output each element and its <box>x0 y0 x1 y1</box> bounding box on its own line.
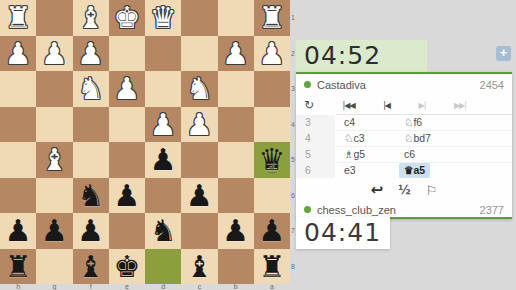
file-label-g: g <box>36 283 72 290</box>
replay-cycle-icon[interactable]: ↻ <box>304 98 314 112</box>
square-e7[interactable] <box>109 213 145 249</box>
black-knight[interactable]: ♞ <box>73 178 109 214</box>
square-c7[interactable] <box>181 213 217 249</box>
black-bishop[interactable]: ♝ <box>73 249 109 285</box>
white-pawn[interactable]: ♟ <box>145 107 181 143</box>
square-e2[interactable] <box>109 36 145 72</box>
move-white-3[interactable]: c4 <box>335 115 399 131</box>
square-h7[interactable]: ♟ <box>0 213 36 249</box>
square-g8[interactable] <box>36 249 72 285</box>
move-white-4[interactable]: ♘c3 <box>335 131 399 147</box>
file-label-a: a <box>254 283 290 290</box>
player-rating-bottom: 2377 <box>480 204 504 216</box>
white-pawn[interactable]: ♟ <box>109 71 145 107</box>
black-pawn[interactable]: ♟ <box>254 213 290 249</box>
white-pawn[interactable]: ♟ <box>0 36 36 72</box>
square-d2[interactable] <box>145 36 181 72</box>
player-name-top[interactable]: Castadiva <box>317 79 366 91</box>
black-rook[interactable]: ♜ <box>0 249 36 285</box>
square-h1[interactable]: ♜ <box>0 0 36 36</box>
square-a8[interactable]: ♜ <box>254 249 290 285</box>
black-king[interactable]: ♚ <box>109 249 145 285</box>
square-b7[interactable]: ♟ <box>218 213 254 249</box>
square-h3[interactable] <box>0 71 36 107</box>
square-c3[interactable]: ♞ <box>181 71 217 107</box>
square-d4[interactable]: ♟ <box>145 107 181 143</box>
square-f2[interactable]: ♟ <box>73 36 109 72</box>
move-number: 5 <box>296 147 335 163</box>
square-b5[interactable] <box>218 142 254 178</box>
square-e3[interactable]: ♟ <box>109 71 145 107</box>
white-pawn[interactable]: ♟ <box>254 36 290 72</box>
black-pawn[interactable]: ♟ <box>73 213 109 249</box>
rank-label-8: 8 <box>290 249 296 285</box>
square-h6[interactable] <box>0 178 36 214</box>
player-rating-top: 2454 <box>480 79 504 91</box>
white-bishop[interactable]: ♝ <box>73 0 109 36</box>
square-e1[interactable]: ♚ <box>109 0 145 36</box>
move-white-6[interactable]: e3 <box>335 163 399 178</box>
square-c1[interactable] <box>181 0 217 36</box>
square-g7[interactable]: ♟ <box>36 213 72 249</box>
move-number: 4 <box>296 131 335 147</box>
square-b3[interactable] <box>218 71 254 107</box>
square-a4[interactable] <box>254 107 290 143</box>
black-clock: 04:41 <box>296 217 390 249</box>
file-label-b: b <box>218 283 254 290</box>
square-c5[interactable] <box>181 142 217 178</box>
white-queen[interactable]: ♛ <box>145 0 181 36</box>
black-pawn[interactable]: ♟ <box>109 178 145 214</box>
game-side-panel: Castadiva 2454 ↻ |◀◀ |◀ ▶| ▶▶| 3c4♘f64♘c… <box>296 72 512 219</box>
square-f7[interactable]: ♟ <box>73 213 109 249</box>
move-navigation: ↻ |◀◀ |◀ ▶| ▶▶| <box>296 95 512 115</box>
square-d6[interactable] <box>145 178 181 214</box>
square-c4[interactable]: ♟ <box>181 107 217 143</box>
square-b6[interactable] <box>218 178 254 214</box>
black-pawn[interactable]: ♟ <box>181 178 217 214</box>
square-g2[interactable]: ♟ <box>36 36 72 72</box>
square-e6[interactable]: ♟ <box>109 178 145 214</box>
square-b2[interactable]: ♟ <box>218 36 254 72</box>
square-a7[interactable]: ♟ <box>254 213 290 249</box>
game-actions: ↩ ½ ⚐ <box>296 178 512 202</box>
black-knight[interactable]: ♞ <box>145 213 181 249</box>
file-coordinates: hgfedcba <box>0 283 290 290</box>
square-c2[interactable] <box>181 36 217 72</box>
square-h8[interactable]: ♜ <box>0 249 36 285</box>
draw-offer-icon[interactable]: ½ <box>398 183 410 197</box>
prev-move-button[interactable]: |◀ <box>383 101 390 110</box>
square-b8[interactable] <box>218 249 254 285</box>
square-d5[interactable]: ♟ <box>145 142 181 178</box>
move-number: 6 <box>296 163 335 178</box>
square-a3[interactable] <box>254 71 290 107</box>
online-dot <box>304 81 311 88</box>
square-d3[interactable] <box>145 71 181 107</box>
square-d8[interactable] <box>145 249 181 285</box>
square-d1[interactable]: ♛ <box>145 0 181 36</box>
square-h5[interactable] <box>0 142 36 178</box>
lichess-game-screen: ♜♝♚♛♜♟♟♟♟♟♞♟♞♟♟♝♟♛♞♟♟♟♟♟♞♟♟♜♝♚♝♜ hgfedcb… <box>0 0 516 290</box>
move-black-3[interactable]: ♘f6 <box>399 115 512 131</box>
square-g6[interactable] <box>36 178 72 214</box>
add-time-button[interactable]: + <box>496 46 511 61</box>
square-f4[interactable] <box>73 107 109 143</box>
file-label-c: c <box>181 283 217 290</box>
player-row-bottom: chess_club_zen 2377 <box>296 202 512 217</box>
file-label-d: d <box>145 283 181 290</box>
black-pawn[interactable]: ♟ <box>36 213 72 249</box>
square-g5[interactable]: ♝ <box>36 142 72 178</box>
square-f1[interactable]: ♝ <box>73 0 109 36</box>
square-e8[interactable]: ♚ <box>109 249 145 285</box>
square-a6[interactable] <box>254 178 290 214</box>
white-king[interactable]: ♚ <box>109 0 145 36</box>
square-f3[interactable]: ♞ <box>73 71 109 107</box>
move-black-6[interactable]: ♛a5 <box>399 163 512 178</box>
file-label-f: f <box>73 283 109 290</box>
white-bishop[interactable]: ♝ <box>36 142 72 178</box>
last-move-button[interactable]: ▶▶| <box>454 101 466 110</box>
square-f5[interactable] <box>73 142 109 178</box>
white-pawn[interactable]: ♟ <box>73 36 109 72</box>
square-g1[interactable] <box>36 0 72 36</box>
resign-flag-icon[interactable]: ⚐ <box>426 183 438 198</box>
white-pawn[interactable]: ♟ <box>36 36 72 72</box>
white-knight[interactable]: ♞ <box>73 71 109 107</box>
next-move-button[interactable]: ▶| <box>419 101 426 110</box>
square-g3[interactable] <box>36 71 72 107</box>
takeback-icon[interactable]: ↩ <box>371 181 384 199</box>
square-f6[interactable]: ♞ <box>73 178 109 214</box>
square-c8[interactable]: ♝ <box>181 249 217 285</box>
move-black-5[interactable]: c6 <box>399 147 512 163</box>
square-h4[interactable] <box>0 107 36 143</box>
square-b1[interactable] <box>218 0 254 36</box>
first-move-button[interactable]: |◀◀ <box>343 101 355 110</box>
square-e4[interactable] <box>109 107 145 143</box>
square-c6[interactable]: ♟ <box>181 178 217 214</box>
white-pawn[interactable]: ♟ <box>181 107 217 143</box>
black-pawn[interactable]: ♟ <box>0 213 36 249</box>
chess-board: ♜♝♚♛♜♟♟♟♟♟♞♟♞♟♟♝♟♛♞♟♟♟♟♟♞♟♟♜♝♚♝♜ <box>0 0 290 284</box>
square-h2[interactable]: ♟ <box>0 36 36 72</box>
move-black-4[interactable]: ♘bd7 <box>399 131 512 147</box>
white-rook[interactable]: ♜ <box>254 0 290 36</box>
move-white-5[interactable]: ♗g5 <box>335 147 399 163</box>
square-d7[interactable]: ♞ <box>145 213 181 249</box>
black-rook[interactable]: ♜ <box>254 249 290 285</box>
white-rook[interactable]: ♜ <box>0 0 36 36</box>
square-a2[interactable]: ♟ <box>254 36 290 72</box>
file-label-h: h <box>0 283 36 290</box>
file-label-e: e <box>109 283 145 290</box>
square-f8[interactable]: ♝ <box>73 249 109 285</box>
online-dot <box>304 206 311 213</box>
square-b4[interactable] <box>218 107 254 143</box>
mouse-cursor-hand: ☝ <box>268 160 276 175</box>
white-pawn[interactable]: ♟ <box>218 36 254 72</box>
move-number: 3 <box>296 115 335 131</box>
white-knight[interactable]: ♞ <box>181 71 217 107</box>
player-name-bottom[interactable]: chess_club_zen <box>317 204 396 216</box>
black-pawn[interactable]: ♟ <box>145 142 181 178</box>
rank-label-1: 1 <box>290 0 296 36</box>
square-e5[interactable] <box>109 142 145 178</box>
player-row-top: Castadiva 2454 <box>296 74 512 95</box>
square-a1[interactable]: ♜ <box>254 0 290 36</box>
white-clock: 04:52 <box>296 40 427 72</box>
move-list: 3c4♘f64♘c3♘bd75♗g5c66e3♛a5 <box>296 115 512 178</box>
square-g4[interactable] <box>36 107 72 143</box>
black-bishop[interactable]: ♝ <box>181 249 217 285</box>
black-pawn[interactable]: ♟ <box>218 213 254 249</box>
